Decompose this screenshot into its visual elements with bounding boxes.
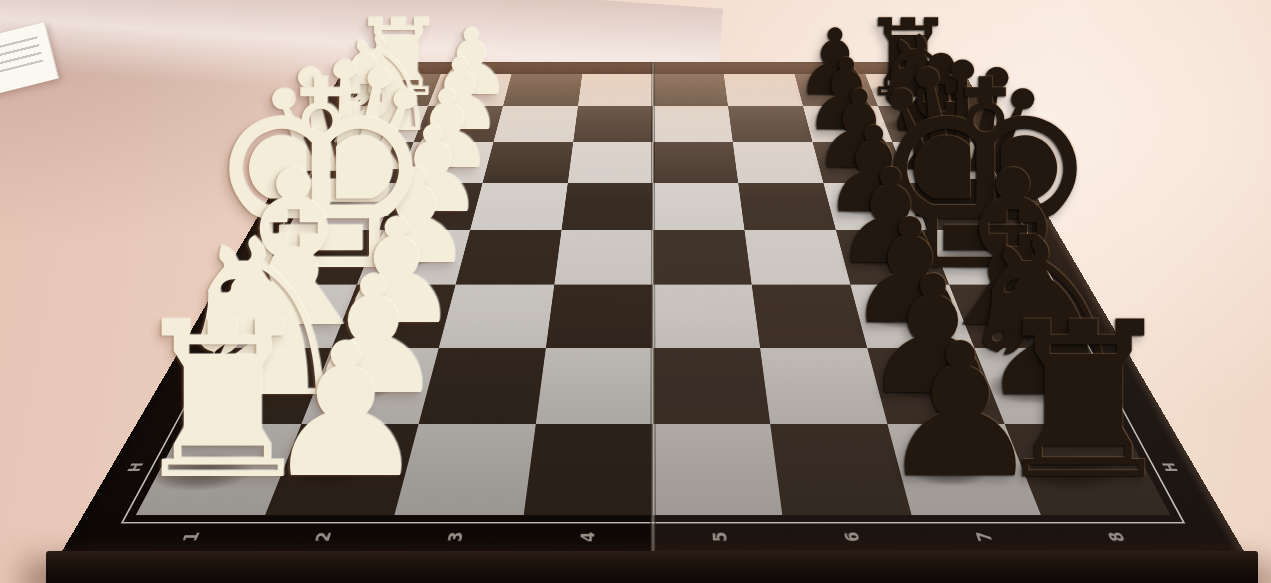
square-a2 (428, 74, 512, 106)
coord-number-3: 3 (443, 531, 467, 542)
coord-number-6: 6 (839, 531, 863, 542)
coord-number-2: 2 (310, 531, 335, 542)
square-h5 (653, 424, 782, 515)
square-g6 (760, 348, 887, 424)
coord-letter-left-h: H (124, 462, 148, 472)
square-b2 (414, 106, 503, 142)
square-f5 (653, 285, 760, 349)
square-g3 (419, 348, 546, 424)
square-e6 (744, 230, 850, 284)
square-e4 (554, 230, 653, 284)
square-b6 (728, 106, 813, 142)
square-a6 (724, 74, 803, 106)
square-b3 (493, 106, 578, 142)
square-d5 (653, 183, 744, 230)
coord-number-1: 1 (177, 531, 204, 542)
square-d2 (379, 183, 483, 230)
square-a3 (503, 74, 582, 106)
square-a7 (795, 74, 879, 106)
board-box-front-face (46, 551, 1258, 583)
square-b4 (573, 106, 653, 142)
square-a8 (865, 74, 953, 106)
square-f3 (439, 285, 555, 349)
square-c6 (733, 142, 824, 183)
square-b7 (803, 106, 892, 142)
square-b8 (878, 106, 972, 142)
square-f6 (752, 285, 868, 349)
square-c3 (483, 142, 574, 183)
square-h3 (394, 424, 535, 515)
chess-board: H H 12345678 (58, 62, 1248, 558)
square-b5 (653, 106, 733, 142)
coord-letter-right-h: H (1158, 462, 1182, 472)
square-a1 (353, 74, 441, 106)
square-a5 (653, 74, 728, 106)
coord-number-5: 5 (708, 531, 730, 542)
square-d3 (470, 183, 568, 230)
square-h4 (524, 424, 653, 515)
chess-photo-scene: H H 12345678 ♜♟♟♜♞♟♟♞♝♟♟♝♛♟♟♛♚♟♟♚♝♟♟♝♞♟♟… (0, 0, 1271, 583)
square-e8 (927, 230, 1047, 284)
square-c4 (568, 142, 653, 183)
square-f4 (546, 285, 653, 349)
square-c2 (397, 142, 493, 183)
square-g5 (653, 348, 770, 424)
square-e5 (653, 230, 752, 284)
coord-number-7: 7 (971, 531, 996, 542)
square-g4 (536, 348, 653, 424)
square-c8 (892, 142, 994, 183)
coord-number-4: 4 (576, 531, 598, 542)
square-c5 (653, 142, 738, 183)
square-d6 (738, 183, 836, 230)
square-a4 (578, 74, 653, 106)
square-e3 (456, 230, 562, 284)
square-d8 (909, 183, 1019, 230)
square-b1 (334, 106, 428, 142)
coord-number-8: 8 (1102, 531, 1129, 542)
square-d4 (562, 183, 653, 230)
